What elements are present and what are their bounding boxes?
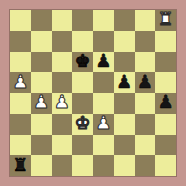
- square-c8[interactable]: [52, 10, 73, 31]
- square-b7[interactable]: [31, 31, 52, 52]
- square-e1[interactable]: [93, 155, 114, 176]
- square-a2[interactable]: [10, 135, 31, 156]
- square-h5[interactable]: [155, 72, 176, 93]
- square-g2[interactable]: [135, 135, 156, 156]
- square-g6[interactable]: [135, 52, 156, 73]
- square-h4[interactable]: ♟: [155, 93, 176, 114]
- square-d5[interactable]: [72, 72, 93, 93]
- square-g8[interactable]: [135, 10, 156, 31]
- square-c3[interactable]: [52, 114, 73, 135]
- board-frame: ♜♚♟♟♟♟♟♟♟♚♟♜: [0, 0, 186, 186]
- square-b8[interactable]: [31, 10, 52, 31]
- square-c4[interactable]: ♟: [52, 93, 73, 114]
- square-d3[interactable]: ♚: [72, 114, 93, 135]
- piece-black-pawn-f5[interactable]: ♟: [116, 73, 132, 91]
- square-b5[interactable]: [31, 72, 52, 93]
- square-f1[interactable]: [114, 155, 135, 176]
- piece-black-pawn-g5[interactable]: ♟: [137, 73, 153, 91]
- chess-board: ♜♚♟♟♟♟♟♟♟♚♟♜: [10, 10, 176, 176]
- square-b1[interactable]: [31, 155, 52, 176]
- square-g5[interactable]: ♟: [135, 72, 156, 93]
- square-e3[interactable]: ♟: [93, 114, 114, 135]
- square-g3[interactable]: [135, 114, 156, 135]
- square-b3[interactable]: [31, 114, 52, 135]
- square-c1[interactable]: [52, 155, 73, 176]
- square-d2[interactable]: [72, 135, 93, 156]
- square-f7[interactable]: [114, 31, 135, 52]
- square-e6[interactable]: ♟: [93, 52, 114, 73]
- square-a7[interactable]: [10, 31, 31, 52]
- square-c5[interactable]: [52, 72, 73, 93]
- square-a4[interactable]: [10, 93, 31, 114]
- square-f2[interactable]: [114, 135, 135, 156]
- square-d6[interactable]: ♚: [72, 52, 93, 73]
- square-h8[interactable]: ♜: [155, 10, 176, 31]
- square-h2[interactable]: [155, 135, 176, 156]
- square-g1[interactable]: [135, 155, 156, 176]
- square-b6[interactable]: [31, 52, 52, 73]
- piece-white-pawn-e3[interactable]: ♟: [95, 114, 111, 132]
- square-f4[interactable]: [114, 93, 135, 114]
- square-a1[interactable]: ♜: [10, 155, 31, 176]
- square-d1[interactable]: [72, 155, 93, 176]
- square-f5[interactable]: ♟: [114, 72, 135, 93]
- square-b2[interactable]: [31, 135, 52, 156]
- square-f6[interactable]: [114, 52, 135, 73]
- piece-white-pawn-b4[interactable]: ♟: [33, 93, 49, 111]
- square-c7[interactable]: [52, 31, 73, 52]
- piece-black-rook-a1[interactable]: ♜: [12, 156, 28, 174]
- square-c2[interactable]: [52, 135, 73, 156]
- square-f8[interactable]: [114, 10, 135, 31]
- square-d4[interactable]: [72, 93, 93, 114]
- square-a5[interactable]: ♟: [10, 72, 31, 93]
- piece-white-king-d3[interactable]: ♚: [75, 114, 91, 132]
- square-e5[interactable]: [93, 72, 114, 93]
- piece-black-pawn-h4[interactable]: ♟: [158, 93, 174, 111]
- square-e2[interactable]: [93, 135, 114, 156]
- square-g4[interactable]: [135, 93, 156, 114]
- square-f3[interactable]: [114, 114, 135, 135]
- piece-white-rook-h8[interactable]: ♜: [158, 10, 174, 28]
- square-g7[interactable]: [135, 31, 156, 52]
- square-e8[interactable]: [93, 10, 114, 31]
- square-h6[interactable]: [155, 52, 176, 73]
- piece-black-king-d6[interactable]: ♚: [75, 52, 91, 70]
- square-e7[interactable]: [93, 31, 114, 52]
- square-a6[interactable]: [10, 52, 31, 73]
- square-a8[interactable]: [10, 10, 31, 31]
- square-b4[interactable]: ♟: [31, 93, 52, 114]
- square-c6[interactable]: [52, 52, 73, 73]
- square-d7[interactable]: [72, 31, 93, 52]
- square-e4[interactable]: [93, 93, 114, 114]
- piece-white-pawn-c4[interactable]: ♟: [54, 93, 70, 111]
- piece-black-pawn-e6[interactable]: ♟: [95, 52, 111, 70]
- square-a3[interactable]: [10, 114, 31, 135]
- square-h7[interactable]: [155, 31, 176, 52]
- square-h1[interactable]: [155, 155, 176, 176]
- square-h3[interactable]: [155, 114, 176, 135]
- piece-white-pawn-a5[interactable]: ♟: [12, 73, 28, 91]
- square-d8[interactable]: [72, 10, 93, 31]
